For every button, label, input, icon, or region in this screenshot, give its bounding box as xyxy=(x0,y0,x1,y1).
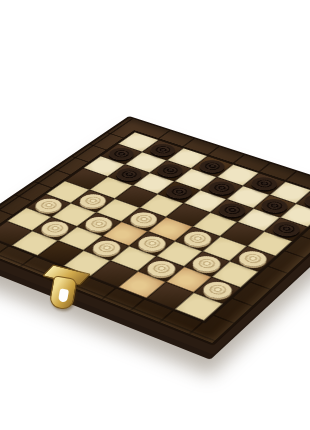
brass-clasp xyxy=(42,266,90,318)
product-photo: ⛂⛂⛂⛂⛂⛂⛂⛂⛂⛂⛂⛂⛀⛀⛀⛀⛀⛀⛀⛀⛀⛀⛀⛀ xyxy=(0,0,310,430)
